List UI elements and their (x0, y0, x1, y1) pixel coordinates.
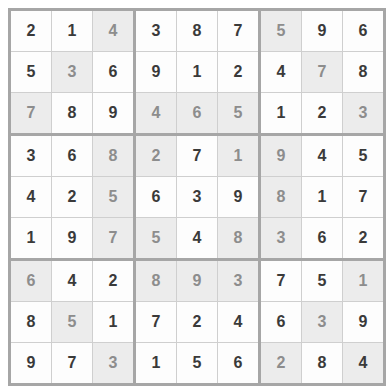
cell-r9c6[interactable]: 6 (218, 343, 258, 383)
cell-r4c1[interactable]: 3 (11, 136, 51, 176)
box-r2c2: 271639548 (136, 136, 258, 258)
cell-r6c3[interactable]: 7 (93, 218, 133, 258)
box-r2c3: 945817362 (261, 136, 383, 258)
cell-r3c5[interactable]: 6 (177, 93, 217, 133)
cell-r6c7[interactable]: 3 (261, 218, 301, 258)
cell-r4c9[interactable]: 5 (343, 136, 383, 176)
cell-r6c2[interactable]: 9 (52, 218, 92, 258)
cell-r5c5[interactable]: 3 (177, 177, 217, 217)
cell-r5c2[interactable]: 2 (52, 177, 92, 217)
cell-r3c9[interactable]: 3 (343, 93, 383, 133)
box-r2c1: 368425197 (11, 136, 133, 258)
cell-r2c4[interactable]: 9 (136, 52, 176, 92)
cell-r7c7[interactable]: 7 (261, 261, 301, 301)
cell-r7c5[interactable]: 9 (177, 261, 217, 301)
cell-r9c3[interactable]: 3 (93, 343, 133, 383)
cell-r7c1[interactable]: 6 (11, 261, 51, 301)
cell-r8c8[interactable]: 3 (302, 302, 342, 342)
cell-r1c6[interactable]: 7 (218, 11, 258, 51)
cell-r3c8[interactable]: 2 (302, 93, 342, 133)
cell-r5c6[interactable]: 9 (218, 177, 258, 217)
cell-r1c7[interactable]: 5 (261, 11, 301, 51)
cell-r8c6[interactable]: 4 (218, 302, 258, 342)
cell-r3c4[interactable]: 4 (136, 93, 176, 133)
cell-r7c3[interactable]: 2 (93, 261, 133, 301)
cell-r9c2[interactable]: 7 (52, 343, 92, 383)
cell-r9c5[interactable]: 5 (177, 343, 217, 383)
cell-r5c9[interactable]: 7 (343, 177, 383, 217)
cell-r1c4[interactable]: 3 (136, 11, 176, 51)
box-r3c3: 751639284 (261, 261, 383, 383)
cell-r1c8[interactable]: 9 (302, 11, 342, 51)
cell-r6c1[interactable]: 1 (11, 218, 51, 258)
cell-r1c3[interactable]: 4 (93, 11, 133, 51)
cell-r8c3[interactable]: 1 (93, 302, 133, 342)
cell-r2c6[interactable]: 2 (218, 52, 258, 92)
cell-r3c2[interactable]: 8 (52, 93, 92, 133)
cell-r5c3[interactable]: 5 (93, 177, 133, 217)
cell-r4c6[interactable]: 1 (218, 136, 258, 176)
cell-r1c5[interactable]: 8 (177, 11, 217, 51)
cell-r2c5[interactable]: 1 (177, 52, 217, 92)
cell-r1c1[interactable]: 2 (11, 11, 51, 51)
cell-r8c1[interactable]: 8 (11, 302, 51, 342)
cell-r1c2[interactable]: 1 (52, 11, 92, 51)
cell-r2c1[interactable]: 5 (11, 52, 51, 92)
cell-r5c7[interactable]: 8 (261, 177, 301, 217)
cell-r5c4[interactable]: 6 (136, 177, 176, 217)
cell-r6c9[interactable]: 2 (343, 218, 383, 258)
box-r1c3: 596478123 (261, 11, 383, 133)
cell-r5c8[interactable]: 1 (302, 177, 342, 217)
cell-r2c8[interactable]: 7 (302, 52, 342, 92)
cell-r9c1[interactable]: 9 (11, 343, 51, 383)
cell-r6c8[interactable]: 6 (302, 218, 342, 258)
cell-r8c7[interactable]: 6 (261, 302, 301, 342)
cell-r4c8[interactable]: 4 (302, 136, 342, 176)
cell-r3c7[interactable]: 1 (261, 93, 301, 133)
cell-r6c5[interactable]: 4 (177, 218, 217, 258)
cell-r9c7[interactable]: 2 (261, 343, 301, 383)
cell-r9c8[interactable]: 8 (302, 343, 342, 383)
cell-r8c2[interactable]: 5 (52, 302, 92, 342)
cell-r5c1[interactable]: 4 (11, 177, 51, 217)
sudoku-board: 2145367893879124655964781233684251972716… (8, 8, 386, 386)
cell-r6c6[interactable]: 8 (218, 218, 258, 258)
cell-r7c6[interactable]: 3 (218, 261, 258, 301)
box-r1c2: 387912465 (136, 11, 258, 133)
cell-r4c4[interactable]: 2 (136, 136, 176, 176)
cell-r7c9[interactable]: 1 (343, 261, 383, 301)
cell-r9c4[interactable]: 1 (136, 343, 176, 383)
sudoku-page: 2145367893879124655964781233684251972716… (0, 0, 388, 386)
cell-r4c3[interactable]: 8 (93, 136, 133, 176)
cell-r6c4[interactable]: 5 (136, 218, 176, 258)
box-r3c2: 893724156 (136, 261, 258, 383)
cell-r2c3[interactable]: 6 (93, 52, 133, 92)
cell-r4c5[interactable]: 7 (177, 136, 217, 176)
cell-r8c4[interactable]: 7 (136, 302, 176, 342)
cell-r7c2[interactable]: 4 (52, 261, 92, 301)
cell-r9c9[interactable]: 4 (343, 343, 383, 383)
cell-r1c9[interactable]: 6 (343, 11, 383, 51)
cell-r3c3[interactable]: 9 (93, 93, 133, 133)
cell-r3c6[interactable]: 5 (218, 93, 258, 133)
cell-r2c9[interactable]: 8 (343, 52, 383, 92)
cell-r7c8[interactable]: 5 (302, 261, 342, 301)
cell-r8c9[interactable]: 9 (343, 302, 383, 342)
cell-r8c5[interactable]: 2 (177, 302, 217, 342)
box-r3c1: 642851973 (11, 261, 133, 383)
cell-r4c7[interactable]: 9 (261, 136, 301, 176)
cell-r2c7[interactable]: 4 (261, 52, 301, 92)
box-r1c1: 214536789 (11, 11, 133, 133)
cell-r7c4[interactable]: 8 (136, 261, 176, 301)
cell-r3c1[interactable]: 7 (11, 93, 51, 133)
cell-r4c2[interactable]: 6 (52, 136, 92, 176)
cell-r2c2[interactable]: 3 (52, 52, 92, 92)
